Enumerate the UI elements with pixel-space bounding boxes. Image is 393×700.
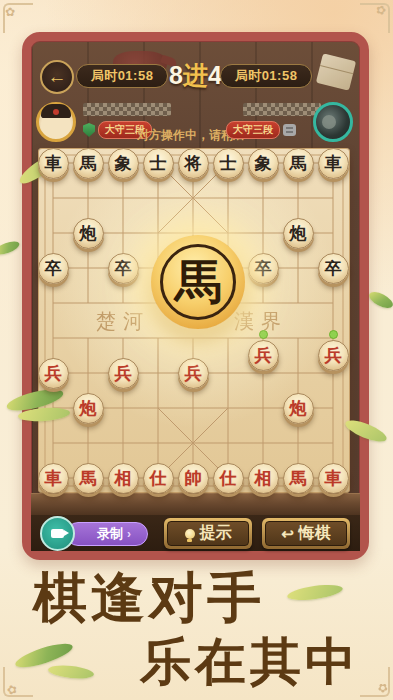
piece-車[interactable]: 車 xyxy=(38,148,69,179)
piece-炮[interactable]: 炮 xyxy=(283,218,314,249)
piece-炮[interactable]: 炮 xyxy=(283,393,314,424)
piece-馬[interactable]: 馬 xyxy=(283,463,314,494)
promo-screenshot: ← 局时01:58 8进4 局时01:58 大守三段 对方操作中，请稍后... … xyxy=(0,0,393,700)
corner-ornament xyxy=(3,3,33,33)
leaf-decoration xyxy=(367,289,393,312)
player-right-name-blurred xyxy=(243,103,321,116)
avatar-left-player[interactable] xyxy=(36,102,76,142)
avatar-right-player[interactable] xyxy=(313,102,353,142)
leaf-decoration xyxy=(47,664,94,681)
piece-馬[interactable]: 馬 xyxy=(283,148,314,179)
chat-muted-icon[interactable] xyxy=(283,124,296,136)
corner-ornament xyxy=(360,3,390,33)
highlighted-horse-piece[interactable]: 馬 xyxy=(151,235,245,329)
piece-兵[interactable]: 兵 xyxy=(108,358,139,389)
piece-車[interactable]: 車 xyxy=(38,463,69,494)
undo-label: 悔棋 xyxy=(299,523,331,544)
move-indicator-dot[interactable] xyxy=(259,330,268,339)
rank-badge-right: 大守三段 xyxy=(226,121,280,139)
piece-卒[interactable]: 卒 xyxy=(108,253,139,284)
piece-馬[interactable]: 馬 xyxy=(73,463,104,494)
piece-兵[interactable]: 兵 xyxy=(318,340,349,371)
piece-車[interactable]: 車 xyxy=(318,463,349,494)
piece-仕[interactable]: 仕 xyxy=(143,463,174,494)
hint-button[interactable]: 提示 xyxy=(164,518,252,549)
piece-車[interactable]: 車 xyxy=(318,148,349,179)
horse-glyph: 馬 xyxy=(175,251,222,314)
piece-卒[interactable]: 卒 xyxy=(248,253,279,284)
wooden-ledge xyxy=(31,493,360,515)
record-button[interactable] xyxy=(40,516,75,551)
caption-line2: 乐在其中 xyxy=(140,628,360,697)
timer-right: 局时01:58 xyxy=(220,64,312,88)
piece-相[interactable]: 相 xyxy=(248,463,279,494)
record-label-pill[interactable]: 录制 › xyxy=(66,522,148,546)
round-word: 进 xyxy=(183,61,208,89)
corner-ornament xyxy=(360,667,390,697)
chevron-right-icon: › xyxy=(127,527,131,541)
piece-兵[interactable]: 兵 xyxy=(248,340,279,371)
piece-相[interactable]: 相 xyxy=(108,463,139,494)
lightbulb-icon xyxy=(185,529,195,539)
piece-炮[interactable]: 炮 xyxy=(73,218,104,249)
xiangqi-board[interactable]: 楚河 漢界 車馬象士将士象馬車炮炮卒卒卒卒卒兵兵兵兵兵炮炮車馬相仕帥仕相馬車 馬 xyxy=(38,148,350,493)
piece-士[interactable]: 士 xyxy=(143,148,174,179)
piece-帥[interactable]: 帥 xyxy=(178,463,209,494)
caption-line1: 棋逢对手 xyxy=(33,562,265,635)
move-indicator-dot[interactable] xyxy=(329,330,338,339)
undo-move-button[interactable]: ↩ 悔棋 xyxy=(262,518,350,549)
piece-士[interactable]: 士 xyxy=(213,148,244,179)
piece-卒[interactable]: 卒 xyxy=(318,253,349,284)
leaf-decoration xyxy=(0,239,21,257)
piece-炮[interactable]: 炮 xyxy=(73,393,104,424)
leaf-decoration xyxy=(286,582,343,603)
player-right-badge-row: 大守三段 xyxy=(226,122,296,138)
piece-卒[interactable]: 卒 xyxy=(38,253,69,284)
record-label: 录制 xyxy=(97,525,123,543)
piece-象[interactable]: 象 xyxy=(108,148,139,179)
corner-ornament xyxy=(3,667,33,697)
piece-象[interactable]: 象 xyxy=(248,148,279,179)
piece-兵[interactable]: 兵 xyxy=(178,358,209,389)
piece-馬[interactable]: 馬 xyxy=(73,148,104,179)
phone-frame: ← 局时01:58 8进4 局时01:58 大守三段 对方操作中，请稍后... … xyxy=(22,32,369,560)
shield-icon xyxy=(83,123,95,137)
hint-label: 提示 xyxy=(200,523,232,544)
piece-将[interactable]: 将 xyxy=(178,148,209,179)
camera-icon xyxy=(51,529,64,538)
piece-兵[interactable]: 兵 xyxy=(38,358,69,389)
piece-仕[interactable]: 仕 xyxy=(213,463,244,494)
undo-arrow-icon: ↩ xyxy=(281,526,294,541)
player-left-name-blurred xyxy=(83,103,171,116)
round-num: 8 xyxy=(169,61,183,89)
timer-right-label: 局时01:58 xyxy=(235,67,298,85)
